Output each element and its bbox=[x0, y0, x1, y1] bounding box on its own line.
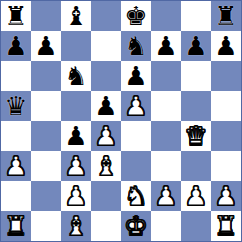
square-h6[interactable] bbox=[211, 61, 241, 91]
piece-white-bishop[interactable]: ♝ bbox=[64, 211, 87, 241]
square-c4[interactable]: ♟ bbox=[61, 121, 91, 151]
piece-black-rook[interactable]: ♜ bbox=[4, 1, 27, 31]
piece-black-pawn[interactable]: ♟ bbox=[34, 31, 57, 61]
square-h4[interactable] bbox=[211, 121, 241, 151]
square-g5[interactable] bbox=[181, 91, 211, 121]
square-g6[interactable] bbox=[181, 61, 211, 91]
piece-black-pawn[interactable]: ♟ bbox=[214, 31, 237, 61]
chess-board-frame: ♜♝♚♜♟♟♞♟♟♟♞♟♛♟♟♟♟♛♟♟♝♟♞♟♟♟♜♝♚♜ bbox=[0, 0, 242, 242]
piece-black-pawn[interactable]: ♟ bbox=[64, 121, 87, 151]
square-b5[interactable] bbox=[31, 91, 61, 121]
piece-black-pawn[interactable]: ♟ bbox=[184, 31, 207, 61]
square-g4[interactable]: ♛ bbox=[181, 121, 211, 151]
piece-white-pawn[interactable]: ♟ bbox=[124, 91, 147, 121]
piece-white-pawn[interactable]: ♟ bbox=[94, 121, 117, 151]
square-d7[interactable] bbox=[91, 31, 121, 61]
square-e3[interactable] bbox=[121, 151, 151, 181]
piece-white-pawn[interactable]: ♟ bbox=[154, 181, 177, 211]
piece-white-bishop[interactable]: ♝ bbox=[94, 151, 117, 181]
square-f4[interactable] bbox=[151, 121, 181, 151]
square-e7[interactable]: ♞ bbox=[121, 31, 151, 61]
piece-black-king[interactable]: ♚ bbox=[124, 1, 147, 31]
square-e2[interactable]: ♞ bbox=[121, 181, 151, 211]
piece-white-pawn[interactable]: ♟ bbox=[64, 181, 87, 211]
square-g3[interactable] bbox=[181, 151, 211, 181]
square-b4[interactable] bbox=[31, 121, 61, 151]
piece-black-pawn[interactable]: ♟ bbox=[154, 31, 177, 61]
square-f1[interactable] bbox=[151, 211, 181, 241]
piece-black-pawn[interactable]: ♟ bbox=[124, 61, 147, 91]
square-b6[interactable] bbox=[31, 61, 61, 91]
square-d2[interactable] bbox=[91, 181, 121, 211]
square-d1[interactable] bbox=[91, 211, 121, 241]
square-h7[interactable]: ♟ bbox=[211, 31, 241, 61]
square-a1[interactable]: ♜ bbox=[1, 211, 31, 241]
square-e1[interactable]: ♚ bbox=[121, 211, 151, 241]
square-b7[interactable]: ♟ bbox=[31, 31, 61, 61]
square-g7[interactable]: ♟ bbox=[181, 31, 211, 61]
square-d4[interactable]: ♟ bbox=[91, 121, 121, 151]
square-d6[interactable] bbox=[91, 61, 121, 91]
piece-black-pawn[interactable]: ♟ bbox=[94, 91, 117, 121]
square-e4[interactable] bbox=[121, 121, 151, 151]
square-f5[interactable] bbox=[151, 91, 181, 121]
piece-white-king[interactable]: ♚ bbox=[124, 211, 147, 241]
piece-black-knight[interactable]: ♞ bbox=[124, 31, 147, 61]
square-g8[interactable] bbox=[181, 1, 211, 31]
piece-white-pawn[interactable]: ♟ bbox=[4, 151, 27, 181]
square-d8[interactable] bbox=[91, 1, 121, 31]
square-f3[interactable] bbox=[151, 151, 181, 181]
square-a6[interactable] bbox=[1, 61, 31, 91]
square-e5[interactable]: ♟ bbox=[121, 91, 151, 121]
piece-white-queen[interactable]: ♛ bbox=[184, 121, 207, 151]
piece-white-knight[interactable]: ♞ bbox=[124, 181, 147, 211]
square-b8[interactable] bbox=[31, 1, 61, 31]
square-c2[interactable]: ♟ bbox=[61, 181, 91, 211]
square-b3[interactable] bbox=[31, 151, 61, 181]
square-h1[interactable]: ♜ bbox=[211, 211, 241, 241]
chess-board: ♜♝♚♜♟♟♞♟♟♟♞♟♛♟♟♟♟♛♟♟♝♟♞♟♟♟♜♝♚♜ bbox=[1, 1, 241, 241]
square-g1[interactable] bbox=[181, 211, 211, 241]
square-f2[interactable]: ♟ bbox=[151, 181, 181, 211]
piece-black-bishop[interactable]: ♝ bbox=[64, 1, 87, 31]
square-c1[interactable]: ♝ bbox=[61, 211, 91, 241]
square-d5[interactable]: ♟ bbox=[91, 91, 121, 121]
square-f7[interactable]: ♟ bbox=[151, 31, 181, 61]
piece-white-pawn[interactable]: ♟ bbox=[64, 151, 87, 181]
square-g2[interactable]: ♟ bbox=[181, 181, 211, 211]
square-b1[interactable] bbox=[31, 211, 61, 241]
square-h5[interactable] bbox=[211, 91, 241, 121]
piece-black-pawn[interactable]: ♟ bbox=[4, 31, 27, 61]
square-e6[interactable]: ♟ bbox=[121, 61, 151, 91]
piece-white-pawn[interactable]: ♟ bbox=[184, 181, 207, 211]
square-h8[interactable]: ♜ bbox=[211, 1, 241, 31]
square-a8[interactable]: ♜ bbox=[1, 1, 31, 31]
square-h3[interactable] bbox=[211, 151, 241, 181]
square-c5[interactable] bbox=[61, 91, 91, 121]
square-e8[interactable]: ♚ bbox=[121, 1, 151, 31]
square-f8[interactable] bbox=[151, 1, 181, 31]
square-c6[interactable]: ♞ bbox=[61, 61, 91, 91]
piece-black-knight[interactable]: ♞ bbox=[64, 61, 87, 91]
square-c7[interactable] bbox=[61, 31, 91, 61]
piece-white-pawn[interactable]: ♟ bbox=[214, 181, 237, 211]
square-f6[interactable] bbox=[151, 61, 181, 91]
square-h2[interactable]: ♟ bbox=[211, 181, 241, 211]
piece-white-rook[interactable]: ♜ bbox=[4, 211, 27, 241]
square-a3[interactable]: ♟ bbox=[1, 151, 31, 181]
square-a5[interactable]: ♛ bbox=[1, 91, 31, 121]
square-a2[interactable] bbox=[1, 181, 31, 211]
piece-black-rook[interactable]: ♜ bbox=[214, 1, 237, 31]
piece-black-queen[interactable]: ♛ bbox=[4, 91, 27, 121]
square-a7[interactable]: ♟ bbox=[1, 31, 31, 61]
square-c3[interactable]: ♟ bbox=[61, 151, 91, 181]
piece-white-rook[interactable]: ♜ bbox=[214, 211, 237, 241]
square-d3[interactable]: ♝ bbox=[91, 151, 121, 181]
square-a4[interactable] bbox=[1, 121, 31, 151]
square-b2[interactable] bbox=[31, 181, 61, 211]
square-c8[interactable]: ♝ bbox=[61, 1, 91, 31]
